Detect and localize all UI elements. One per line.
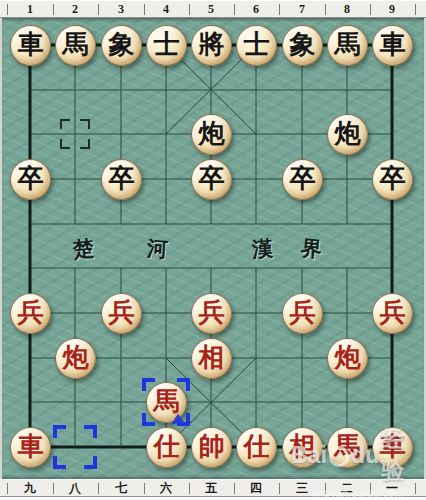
ruler-tick [53, 4, 54, 15]
piece-black-chariot[interactable]: 車 [372, 25, 413, 66]
ruler-tick [7, 483, 8, 494]
piece-glyph: 車 [18, 434, 44, 460]
piece-red-elephant[interactable]: 相 [191, 338, 232, 379]
file-label: 七 [108, 481, 134, 496]
file-label: 一 [379, 481, 405, 496]
file-label: 9 [379, 2, 405, 17]
piece-black-cannon[interactable]: 炮 [327, 114, 368, 155]
piece-red-elephant[interactable]: 相 [282, 427, 323, 468]
piece-glyph: 馬 [335, 434, 361, 460]
ruler-tick [53, 483, 54, 494]
river-text: 漢 [251, 234, 274, 263]
ruler-tick [144, 4, 145, 15]
piece-glyph: 車 [380, 434, 406, 460]
ruler-tick [415, 483, 416, 494]
river-text: 界 [300, 234, 324, 264]
piece-glyph: 炮 [335, 121, 361, 147]
piece-black-elephant[interactable]: 象 [282, 25, 323, 66]
piece-glyph: 將 [199, 32, 225, 58]
piece-glyph: 相 [290, 434, 316, 460]
piece-glyph: 象 [109, 32, 135, 58]
piece-glyph: 相 [199, 345, 225, 371]
file-label: 九 [17, 481, 43, 496]
ruler-tick [415, 4, 416, 15]
river-text: 河 [146, 234, 169, 263]
piece-glyph: 卒 [18, 166, 44, 192]
file-label: 3 [108, 2, 134, 17]
piece-red-advisor[interactable]: 仕 [236, 427, 277, 468]
ruler-tick [234, 483, 235, 494]
piece-glyph: 象 [290, 32, 316, 58]
piece-black-chariot[interactable]: 車 [10, 25, 51, 66]
piece-red-chariot[interactable]: 車 [372, 427, 413, 468]
piece-black-soldier[interactable]: 卒 [191, 159, 232, 200]
xiangqi-board[interactable]: 楚河漢界車馬象士將士象馬車炮炮卒卒卒卒卒兵兵兵兵兵炮相炮馬車仕帥仕相馬車 [0, 18, 426, 479]
ruler-tick [7, 4, 8, 15]
piece-red-horse[interactable]: 馬 [327, 427, 368, 468]
piece-glyph: 馬 [154, 389, 180, 415]
piece-glyph: 炮 [199, 121, 225, 147]
file-label: 4 [153, 2, 179, 17]
ruler-tick [98, 4, 99, 15]
piece-red-soldier[interactable]: 兵 [191, 293, 232, 334]
ruler-tick [325, 4, 326, 15]
top-file-ruler: 123456789 [0, 0, 426, 18]
piece-glyph: 士 [244, 32, 270, 58]
piece-black-soldier[interactable]: 卒 [282, 159, 323, 200]
piece-glyph: 士 [154, 32, 180, 58]
file-label: 5 [198, 2, 224, 17]
file-label: 二 [334, 481, 360, 496]
window-edge-left [0, 18, 2, 479]
ruler-tick [189, 483, 190, 494]
piece-black-elephant[interactable]: 象 [101, 25, 142, 66]
piece-red-chariot[interactable]: 車 [10, 427, 51, 468]
piece-glyph: 卒 [109, 166, 135, 192]
piece-glyph: 帥 [199, 434, 225, 460]
ruler-tick [234, 4, 235, 15]
xiangqi-app-window: 123456789 楚河漢界車馬象士將士象馬車炮炮卒卒卒卒卒兵兵兵兵兵炮相炮馬車… [0, 0, 426, 500]
piece-glyph: 馬 [335, 32, 361, 58]
ruler-tick [325, 483, 326, 494]
piece-red-soldier[interactable]: 兵 [372, 293, 413, 334]
piece-red-advisor[interactable]: 仕 [146, 427, 187, 468]
piece-glyph: 兵 [199, 300, 225, 326]
ruler-tick [370, 483, 371, 494]
piece-glyph: 炮 [335, 345, 361, 371]
piece-red-general[interactable]: 帥 [191, 427, 232, 468]
bottom-file-ruler: 九八七六五四三二一 [0, 479, 426, 497]
piece-black-general[interactable]: 將 [191, 25, 232, 66]
piece-glyph: 兵 [380, 300, 406, 326]
piece-glyph: 兵 [109, 300, 135, 326]
piece-glyph: 仕 [244, 434, 270, 460]
piece-glyph: 馬 [63, 32, 89, 58]
river-text: 楚 [72, 234, 96, 264]
piece-glyph: 炮 [63, 345, 89, 371]
piece-glyph: 卒 [380, 166, 406, 192]
piece-black-advisor[interactable]: 士 [146, 25, 187, 66]
piece-black-soldier[interactable]: 卒 [101, 159, 142, 200]
piece-red-soldier[interactable]: 兵 [101, 293, 142, 334]
piece-black-horse[interactable]: 馬 [327, 25, 368, 66]
piece-glyph: 兵 [290, 300, 316, 326]
piece-glyph: 卒 [199, 166, 225, 192]
piece-glyph: 車 [380, 32, 406, 58]
file-label: 四 [243, 481, 269, 496]
piece-red-cannon[interactable]: 炮 [327, 338, 368, 379]
piece-glyph: 兵 [18, 300, 44, 326]
file-label: 六 [153, 481, 179, 496]
file-label: 1 [17, 2, 43, 17]
board-grid-lines [0, 18, 426, 479]
piece-red-soldier[interactable]: 兵 [282, 293, 323, 334]
file-label: 7 [289, 2, 315, 17]
piece-black-soldier[interactable]: 卒 [10, 159, 51, 200]
piece-glyph: 仕 [154, 434, 180, 460]
piece-red-cannon[interactable]: 炮 [55, 338, 96, 379]
ruler-tick [279, 4, 280, 15]
ruler-tick [144, 483, 145, 494]
ruler-tick [370, 4, 371, 15]
piece-black-soldier[interactable]: 卒 [372, 159, 413, 200]
file-label: 8 [334, 2, 360, 17]
piece-glyph: 卒 [290, 166, 316, 192]
file-label: 2 [62, 2, 88, 17]
ruler-tick [279, 483, 280, 494]
file-label: 三 [289, 481, 315, 496]
ruler-tick [189, 4, 190, 15]
file-label: 五 [198, 481, 224, 496]
file-label: 6 [243, 2, 269, 17]
piece-black-cannon[interactable]: 炮 [191, 114, 232, 155]
piece-glyph: 車 [18, 32, 44, 58]
file-label: 八 [62, 481, 88, 496]
piece-black-horse[interactable]: 馬 [55, 25, 96, 66]
piece-red-soldier[interactable]: 兵 [10, 293, 51, 334]
piece-black-advisor[interactable]: 士 [236, 25, 277, 66]
ruler-tick [98, 483, 99, 494]
